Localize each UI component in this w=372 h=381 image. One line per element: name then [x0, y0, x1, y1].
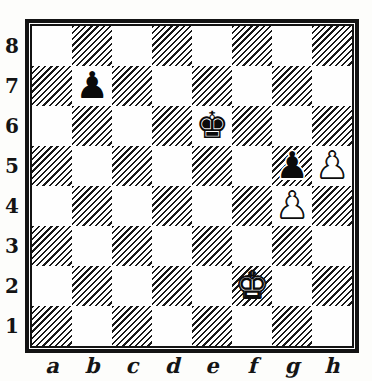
square-e7[interactable]	[192, 66, 232, 106]
square-e6[interactable]: ♚	[192, 106, 232, 146]
square-c8[interactable]	[112, 26, 152, 66]
rank-label-2: 2	[1, 266, 23, 306]
black-pawn-g5[interactable]: ♟	[275, 146, 308, 186]
square-c3[interactable]	[112, 226, 152, 266]
file-label-d: d	[152, 353, 192, 379]
rank-label-7: 7	[1, 66, 23, 106]
square-b5[interactable]	[72, 146, 112, 186]
square-g1[interactable]	[272, 306, 312, 346]
file-label-b: b	[72, 353, 112, 379]
square-b3[interactable]	[72, 226, 112, 266]
square-a5[interactable]	[32, 146, 72, 186]
square-h8[interactable]	[312, 26, 352, 66]
square-e3[interactable]	[192, 226, 232, 266]
white-pawn-g4[interactable]: ♟	[275, 186, 308, 226]
square-e2[interactable]	[192, 266, 232, 306]
rank-label-4: 4	[1, 186, 23, 226]
square-c4[interactable]	[112, 186, 152, 226]
square-h2[interactable]	[312, 266, 352, 306]
square-g3[interactable]	[272, 226, 312, 266]
square-b4[interactable]	[72, 186, 112, 226]
square-b7[interactable]: ♟	[72, 66, 112, 106]
black-king-e6[interactable]: ♚	[195, 106, 228, 146]
square-e4[interactable]	[192, 186, 232, 226]
board-inner-rule: ♟♚♟♟♟♚	[30, 24, 354, 348]
square-h4[interactable]	[312, 186, 352, 226]
square-c6[interactable]	[112, 106, 152, 146]
square-f2[interactable]: ♚	[232, 266, 272, 306]
square-c2[interactable]	[112, 266, 152, 306]
square-a2[interactable]	[32, 266, 72, 306]
rank-labels: 87654321	[1, 26, 23, 346]
square-f5[interactable]	[232, 146, 272, 186]
file-label-e: e	[192, 353, 232, 379]
square-d6[interactable]	[152, 106, 192, 146]
square-a3[interactable]	[32, 226, 72, 266]
square-b8[interactable]	[72, 26, 112, 66]
square-a8[interactable]	[32, 26, 72, 66]
square-g5[interactable]: ♟	[272, 146, 312, 186]
rank-label-1: 1	[1, 306, 23, 346]
rank-label-8: 8	[1, 26, 23, 66]
file-label-c: c	[112, 353, 152, 379]
file-label-h: h	[312, 353, 352, 379]
rank-label-5: 5	[1, 146, 23, 186]
square-a6[interactable]	[32, 106, 72, 146]
square-g8[interactable]	[272, 26, 312, 66]
chess-board: ♟♚♟♟♟♚	[32, 26, 352, 346]
square-f6[interactable]	[232, 106, 272, 146]
white-pawn-h5[interactable]: ♟	[315, 146, 348, 186]
square-h6[interactable]	[312, 106, 352, 146]
square-f8[interactable]	[232, 26, 272, 66]
square-a1[interactable]	[32, 306, 72, 346]
square-e8[interactable]	[192, 26, 232, 66]
black-pawn-b7[interactable]: ♟	[75, 66, 108, 106]
square-a7[interactable]	[32, 66, 72, 106]
square-h1[interactable]	[312, 306, 352, 346]
square-h7[interactable]	[312, 66, 352, 106]
white-king-f2[interactable]: ♚	[235, 266, 268, 306]
square-h5[interactable]: ♟	[312, 146, 352, 186]
file-labels: abcdefgh	[32, 353, 352, 379]
square-d2[interactable]	[152, 266, 192, 306]
file-label-g: g	[272, 353, 312, 379]
chess-diagram: 87654321 ♟♚♟♟♟♚ abcdefgh	[0, 0, 372, 381]
square-c5[interactable]	[112, 146, 152, 186]
square-f7[interactable]	[232, 66, 272, 106]
square-e5[interactable]	[192, 146, 232, 186]
rank-label-3: 3	[1, 226, 23, 266]
square-h3[interactable]	[312, 226, 352, 266]
square-e1[interactable]	[192, 306, 232, 346]
square-a4[interactable]	[32, 186, 72, 226]
square-d1[interactable]	[152, 306, 192, 346]
square-c7[interactable]	[112, 66, 152, 106]
square-g4[interactable]: ♟	[272, 186, 312, 226]
square-g2[interactable]	[272, 266, 312, 306]
square-g7[interactable]	[272, 66, 312, 106]
square-d7[interactable]	[152, 66, 192, 106]
square-d3[interactable]	[152, 226, 192, 266]
square-b2[interactable]	[72, 266, 112, 306]
rank-label-6: 6	[1, 106, 23, 146]
square-b6[interactable]	[72, 106, 112, 146]
square-f3[interactable]	[232, 226, 272, 266]
file-label-f: f	[232, 353, 272, 379]
square-d4[interactable]	[152, 186, 192, 226]
square-b1[interactable]	[72, 306, 112, 346]
file-label-a: a	[32, 353, 72, 379]
board-frame: ♟♚♟♟♟♚	[25, 19, 359, 353]
square-f1[interactable]	[232, 306, 272, 346]
square-d5[interactable]	[152, 146, 192, 186]
square-d8[interactable]	[152, 26, 192, 66]
square-c1[interactable]	[112, 306, 152, 346]
square-f4[interactable]	[232, 186, 272, 226]
square-g6[interactable]	[272, 106, 312, 146]
